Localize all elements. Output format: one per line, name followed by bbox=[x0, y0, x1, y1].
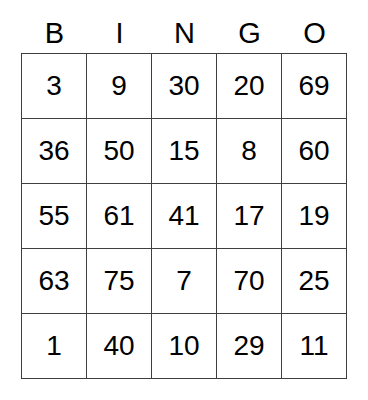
bingo-cell-r4c3[interactable]: 7 bbox=[152, 249, 217, 314]
bingo-cell-r5c3[interactable]: 10 bbox=[152, 314, 217, 379]
bingo-cell-r1c3[interactable]: 30 bbox=[152, 54, 217, 119]
bingo-cell-r3c2[interactable]: 61 bbox=[87, 184, 152, 249]
header-letter-o: O bbox=[282, 0, 347, 53]
header-letter-b: B bbox=[22, 0, 87, 53]
bingo-cell-r4c2[interactable]: 75 bbox=[87, 249, 152, 314]
bingo-cell-r2c2[interactable]: 50 bbox=[87, 119, 152, 184]
header-letter-g: G bbox=[217, 0, 282, 53]
bingo-cell-r1c4[interactable]: 20 bbox=[217, 54, 282, 119]
bingo-cell-r5c5[interactable]: 11 bbox=[282, 314, 347, 379]
bingo-cell-r2c3[interactable]: 15 bbox=[152, 119, 217, 184]
bingo-cell-r1c5[interactable]: 69 bbox=[282, 54, 347, 119]
bingo-cell-r5c4[interactable]: 29 bbox=[217, 314, 282, 379]
bingo-cell-r3c4[interactable]: 17 bbox=[217, 184, 282, 249]
header-letter-n: N bbox=[152, 0, 217, 53]
bingo-cell-r4c5[interactable]: 25 bbox=[282, 249, 347, 314]
header-letter-i: I bbox=[87, 0, 152, 53]
bingo-cell-r3c5[interactable]: 19 bbox=[282, 184, 347, 249]
bingo-header-row: B I N G O bbox=[22, 0, 347, 53]
bingo-card: B I N G O 3 9 30 20 69 36 50 15 8 60 55 … bbox=[21, 0, 347, 379]
bingo-cell-r2c4[interactable]: 8 bbox=[217, 119, 282, 184]
bingo-cell-r2c1[interactable]: 36 bbox=[22, 119, 87, 184]
bingo-cell-r5c1[interactable]: 1 bbox=[22, 314, 87, 379]
bingo-cell-r3c3[interactable]: 41 bbox=[152, 184, 217, 249]
bingo-cell-r1c1[interactable]: 3 bbox=[22, 54, 87, 119]
bingo-cell-r4c4[interactable]: 70 bbox=[217, 249, 282, 314]
bingo-grid: 3 9 30 20 69 36 50 15 8 60 55 61 41 17 1… bbox=[21, 53, 347, 379]
bingo-cell-r4c1[interactable]: 63 bbox=[22, 249, 87, 314]
bingo-cell-r1c2[interactable]: 9 bbox=[87, 54, 152, 119]
bingo-cell-r5c2[interactable]: 40 bbox=[87, 314, 152, 379]
bingo-cell-r2c5[interactable]: 60 bbox=[282, 119, 347, 184]
bingo-cell-r3c1[interactable]: 55 bbox=[22, 184, 87, 249]
